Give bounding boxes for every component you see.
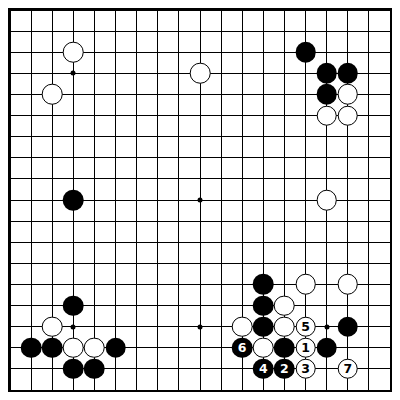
- stone-black: [63, 190, 84, 211]
- stone-white: [274, 316, 295, 337]
- stone-black: [337, 63, 358, 84]
- grid-hline: [10, 390, 390, 391]
- stone-white-move-7: 7: [337, 359, 358, 380]
- stone-white-move-3: 3: [295, 359, 316, 380]
- stone-white: [295, 274, 316, 295]
- stone-black-move-4: 4: [253, 359, 274, 380]
- move-number-label: 3: [301, 363, 310, 376]
- stone-white: [274, 295, 295, 316]
- stone-white: [190, 63, 211, 84]
- stone-white: [337, 105, 358, 126]
- stone-white: [63, 337, 84, 358]
- stone-white: [232, 316, 253, 337]
- star-point: [324, 324, 329, 329]
- stone-black: [253, 316, 274, 337]
- stone-black: [316, 63, 337, 84]
- move-number-label: 5: [301, 320, 310, 333]
- stone-white: [63, 42, 84, 63]
- stone-black: [105, 337, 126, 358]
- stone-white: [42, 316, 63, 337]
- stone-black: [253, 274, 274, 295]
- star-point: [71, 324, 76, 329]
- grid-hline: [10, 263, 390, 264]
- stone-white: [316, 190, 337, 211]
- stone-white: [337, 274, 358, 295]
- stone-black: [21, 337, 42, 358]
- stone-white: [316, 105, 337, 126]
- stone-white: [253, 337, 274, 358]
- stone-black: [84, 359, 105, 380]
- grid-hline: [10, 221, 390, 222]
- stone-black: [42, 337, 63, 358]
- move-number-label: 6: [238, 342, 247, 355]
- move-number-label: 7: [343, 363, 352, 376]
- go-board-diagram: 5614237: [0, 0, 400, 400]
- move-number-label: 4: [259, 363, 268, 376]
- stone-white-move-5: 5: [295, 316, 316, 337]
- grid-vline: [368, 10, 369, 390]
- stone-white: [42, 84, 63, 105]
- move-number-label: 2: [280, 363, 289, 376]
- stone-black: [295, 42, 316, 63]
- star-point: [198, 198, 203, 203]
- stone-white: [337, 84, 358, 105]
- stone-black: [63, 359, 84, 380]
- grid-hline: [10, 284, 390, 285]
- stone-black-move-2: 2: [274, 359, 295, 380]
- stone-black: [63, 295, 84, 316]
- stone-white-move-1: 1: [295, 337, 316, 358]
- star-point: [71, 71, 76, 76]
- move-number-label: 1: [301, 342, 310, 355]
- star-point: [198, 324, 203, 329]
- stone-black: [316, 84, 337, 105]
- stone-black: [337, 316, 358, 337]
- stone-black: [274, 337, 295, 358]
- stone-black-move-6: 6: [232, 337, 253, 358]
- stone-black: [316, 337, 337, 358]
- stone-white: [84, 337, 105, 358]
- grid-vline: [390, 10, 391, 390]
- stone-black: [253, 295, 274, 316]
- grid-hline: [10, 242, 390, 243]
- grid-vline: [221, 10, 222, 390]
